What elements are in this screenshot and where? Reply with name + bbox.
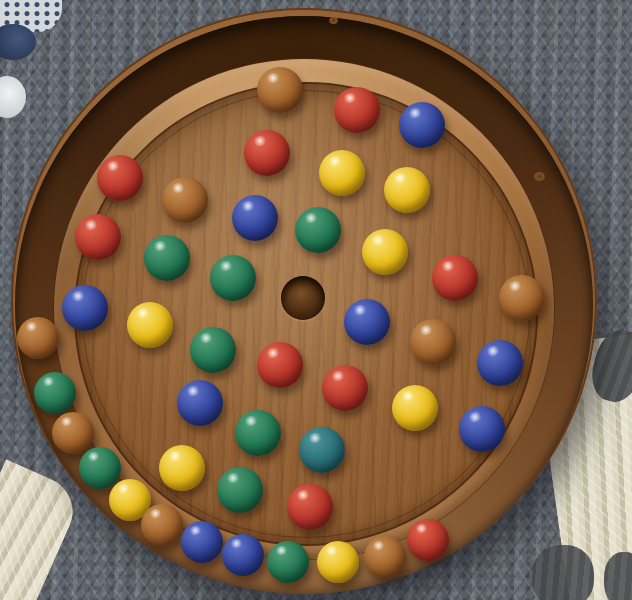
board-marble-blue-r1c-3[interactable] <box>62 285 108 331</box>
board-marble-blue-r-1c-1[interactable] <box>232 195 278 241</box>
board-marble-green-r0c-2[interactable] <box>144 235 190 281</box>
tray-marble-green[interactable] <box>79 447 121 489</box>
tray-marble-brown[interactable] <box>141 504 183 546</box>
board-marble-red-r1c1[interactable] <box>322 365 368 411</box>
board-marble-green-r2c0[interactable] <box>235 410 281 456</box>
board-marble-blue-r-3c1[interactable] <box>399 102 445 148</box>
board-marble-red-r0c-3[interactable] <box>75 214 121 260</box>
board-marble-blue-r1c3[interactable] <box>459 406 505 452</box>
board-marble-green-r3c0[interactable] <box>217 467 263 513</box>
board-marble-yellow-r3c-1[interactable] <box>159 445 205 491</box>
board-marble-brown-r-1c3[interactable] <box>499 275 545 321</box>
tray-marble-blue[interactable] <box>181 521 223 563</box>
board-marble-green-r0c-1[interactable] <box>210 255 256 301</box>
board-marble-yellow-r1c-2[interactable] <box>127 302 173 348</box>
board-marble-yellow-r1c2[interactable] <box>392 385 438 431</box>
tray-marble-blue[interactable] <box>222 534 264 576</box>
board-marble-brown-r-1c-2[interactable] <box>162 177 208 223</box>
board-marble-yellow-r-2c1[interactable] <box>384 167 430 213</box>
board-marble-brown-r-3c-1[interactable] <box>257 67 303 113</box>
board-marble-blue-r0c1[interactable] <box>344 299 390 345</box>
photo-scene <box>0 0 632 600</box>
board-marble-red-r-2c-1[interactable] <box>244 130 290 176</box>
board-marble-red-r-3c0[interactable] <box>334 87 380 133</box>
tray-marble-yellow[interactable] <box>317 541 359 583</box>
tray-marble-brown[interactable] <box>364 536 406 578</box>
board-marble-green-r-1c0[interactable] <box>295 207 341 253</box>
board-marble-red-r1c0[interactable] <box>257 342 303 388</box>
marble-layer <box>0 0 632 600</box>
board-marble-blue-r0c3[interactable] <box>477 340 523 386</box>
tray-marble-green[interactable] <box>34 372 76 414</box>
board-marble-teal-r2c1[interactable] <box>299 427 345 473</box>
board-marble-brown-r0c2[interactable] <box>410 319 456 365</box>
board-marble-yellow-r-1c1[interactable] <box>362 229 408 275</box>
tray-marble-red[interactable] <box>407 519 449 561</box>
tray-marble-green[interactable] <box>267 541 309 583</box>
board-marble-green-r1c-1[interactable] <box>190 327 236 373</box>
tray-marble-brown[interactable] <box>52 412 94 454</box>
board-marble-red-r3c1[interactable] <box>287 484 333 530</box>
board-marble-yellow-r-2c0[interactable] <box>319 150 365 196</box>
board-marble-blue-r2c-1[interactable] <box>177 380 223 426</box>
board-marble-red-r-1c-3[interactable] <box>97 155 143 201</box>
board-marble-red-r-1c2[interactable] <box>432 255 478 301</box>
tray-marble-brown[interactable] <box>17 317 59 359</box>
